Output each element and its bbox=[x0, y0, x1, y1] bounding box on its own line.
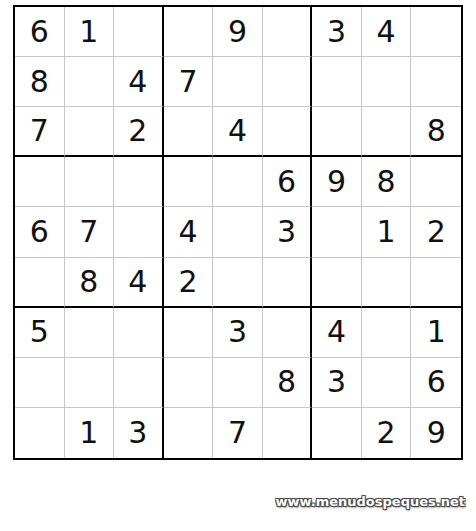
cell-r9c9-given: 9 bbox=[411, 408, 461, 458]
cell-r7c9-given: 1 bbox=[411, 308, 461, 358]
cell-r6c3-given: 4 bbox=[114, 258, 164, 308]
cell-r6c5-empty[interactable] bbox=[213, 258, 263, 308]
cell-r2c1-given: 8 bbox=[15, 57, 65, 107]
cell-r7c8-empty[interactable] bbox=[362, 308, 412, 358]
cell-r3c5-given: 4 bbox=[213, 107, 263, 157]
cell-r5c8-given: 1 bbox=[362, 207, 412, 257]
cell-r6c7-empty[interactable] bbox=[312, 258, 362, 308]
cell-r3c9-given: 8 bbox=[411, 107, 461, 157]
cell-r6c4-given: 2 bbox=[164, 258, 214, 308]
cell-r2c4-given: 7 bbox=[164, 57, 214, 107]
cell-r5c3-empty[interactable] bbox=[114, 207, 164, 257]
cell-r9c6-empty[interactable] bbox=[263, 408, 313, 458]
cell-r2c8-empty[interactable] bbox=[362, 57, 412, 107]
cell-r1c6-empty[interactable] bbox=[263, 7, 313, 57]
cell-r1c9-empty[interactable] bbox=[411, 7, 461, 57]
cell-r6c2-given: 8 bbox=[65, 258, 115, 308]
cell-r6c6-empty[interactable] bbox=[263, 258, 313, 308]
cell-r5c1-given: 6 bbox=[15, 207, 65, 257]
cell-r2c3-given: 4 bbox=[114, 57, 164, 107]
cell-r8c9-given: 6 bbox=[411, 358, 461, 408]
cell-r8c5-empty[interactable] bbox=[213, 358, 263, 408]
cell-r4c2-empty[interactable] bbox=[65, 157, 115, 207]
cell-r7c6-empty[interactable] bbox=[263, 308, 313, 358]
cell-r4c3-empty[interactable] bbox=[114, 157, 164, 207]
cell-r7c7-given: 4 bbox=[312, 308, 362, 358]
cell-r3c7-empty[interactable] bbox=[312, 107, 362, 157]
cell-r7c3-empty[interactable] bbox=[114, 308, 164, 358]
cell-r1c5-given: 9 bbox=[213, 7, 263, 57]
cell-r4c5-empty[interactable] bbox=[213, 157, 263, 207]
cell-r2c7-empty[interactable] bbox=[312, 57, 362, 107]
cell-r4c1-empty[interactable] bbox=[15, 157, 65, 207]
cell-r6c9-empty[interactable] bbox=[411, 258, 461, 308]
watermark-text: www.menudospeques.net bbox=[276, 494, 465, 509]
cell-r8c8-empty[interactable] bbox=[362, 358, 412, 408]
cell-r4c8-given: 8 bbox=[362, 157, 412, 207]
cell-r4c6-given: 6 bbox=[263, 157, 313, 207]
cell-r6c1-empty[interactable] bbox=[15, 258, 65, 308]
cell-r1c2-given: 1 bbox=[65, 7, 115, 57]
cell-r1c3-empty[interactable] bbox=[114, 7, 164, 57]
cell-r5c9-given: 2 bbox=[411, 207, 461, 257]
cell-r9c4-empty[interactable] bbox=[164, 408, 214, 458]
cell-r4c9-empty[interactable] bbox=[411, 157, 461, 207]
cell-r1c4-empty[interactable] bbox=[164, 7, 214, 57]
cell-r1c7-given: 3 bbox=[312, 7, 362, 57]
cell-r9c8-given: 2 bbox=[362, 408, 412, 458]
cell-r7c5-given: 3 bbox=[213, 308, 263, 358]
cell-r8c3-empty[interactable] bbox=[114, 358, 164, 408]
cell-r8c6-given: 8 bbox=[263, 358, 313, 408]
cell-r4c4-empty[interactable] bbox=[164, 157, 214, 207]
cell-r2c6-empty[interactable] bbox=[263, 57, 313, 107]
cell-r3c2-empty[interactable] bbox=[65, 107, 115, 157]
cell-r7c4-empty[interactable] bbox=[164, 308, 214, 358]
cell-r9c1-empty[interactable] bbox=[15, 408, 65, 458]
cell-r1c1-given: 6 bbox=[15, 7, 65, 57]
cell-r8c2-empty[interactable] bbox=[65, 358, 115, 408]
cell-r5c5-empty[interactable] bbox=[213, 207, 263, 257]
sudoku-board: 619348477248698674312842534183613729 bbox=[13, 5, 463, 460]
cell-r5c7-empty[interactable] bbox=[312, 207, 362, 257]
cell-r3c4-empty[interactable] bbox=[164, 107, 214, 157]
cell-r8c1-empty[interactable] bbox=[15, 358, 65, 408]
cell-r1c8-given: 4 bbox=[362, 7, 412, 57]
cell-r6c8-empty[interactable] bbox=[362, 258, 412, 308]
cell-r3c8-empty[interactable] bbox=[362, 107, 412, 157]
cell-r9c5-given: 7 bbox=[213, 408, 263, 458]
cell-r7c1-given: 5 bbox=[15, 308, 65, 358]
cell-r7c2-empty[interactable] bbox=[65, 308, 115, 358]
cell-r8c7-given: 3 bbox=[312, 358, 362, 408]
cell-r3c3-given: 2 bbox=[114, 107, 164, 157]
cell-r9c3-given: 3 bbox=[114, 408, 164, 458]
cell-r3c1-given: 7 bbox=[15, 107, 65, 157]
cell-r5c4-given: 4 bbox=[164, 207, 214, 257]
cell-r2c2-empty[interactable] bbox=[65, 57, 115, 107]
cell-r2c5-empty[interactable] bbox=[213, 57, 263, 107]
cell-r8c4-empty[interactable] bbox=[164, 358, 214, 408]
cell-r3c6-empty[interactable] bbox=[263, 107, 313, 157]
cell-r4c7-given: 9 bbox=[312, 157, 362, 207]
cell-r2c9-empty[interactable] bbox=[411, 57, 461, 107]
cell-r5c6-given: 3 bbox=[263, 207, 313, 257]
cell-r5c2-given: 7 bbox=[65, 207, 115, 257]
cell-r9c2-given: 1 bbox=[65, 408, 115, 458]
cell-r9c7-empty[interactable] bbox=[312, 408, 362, 458]
